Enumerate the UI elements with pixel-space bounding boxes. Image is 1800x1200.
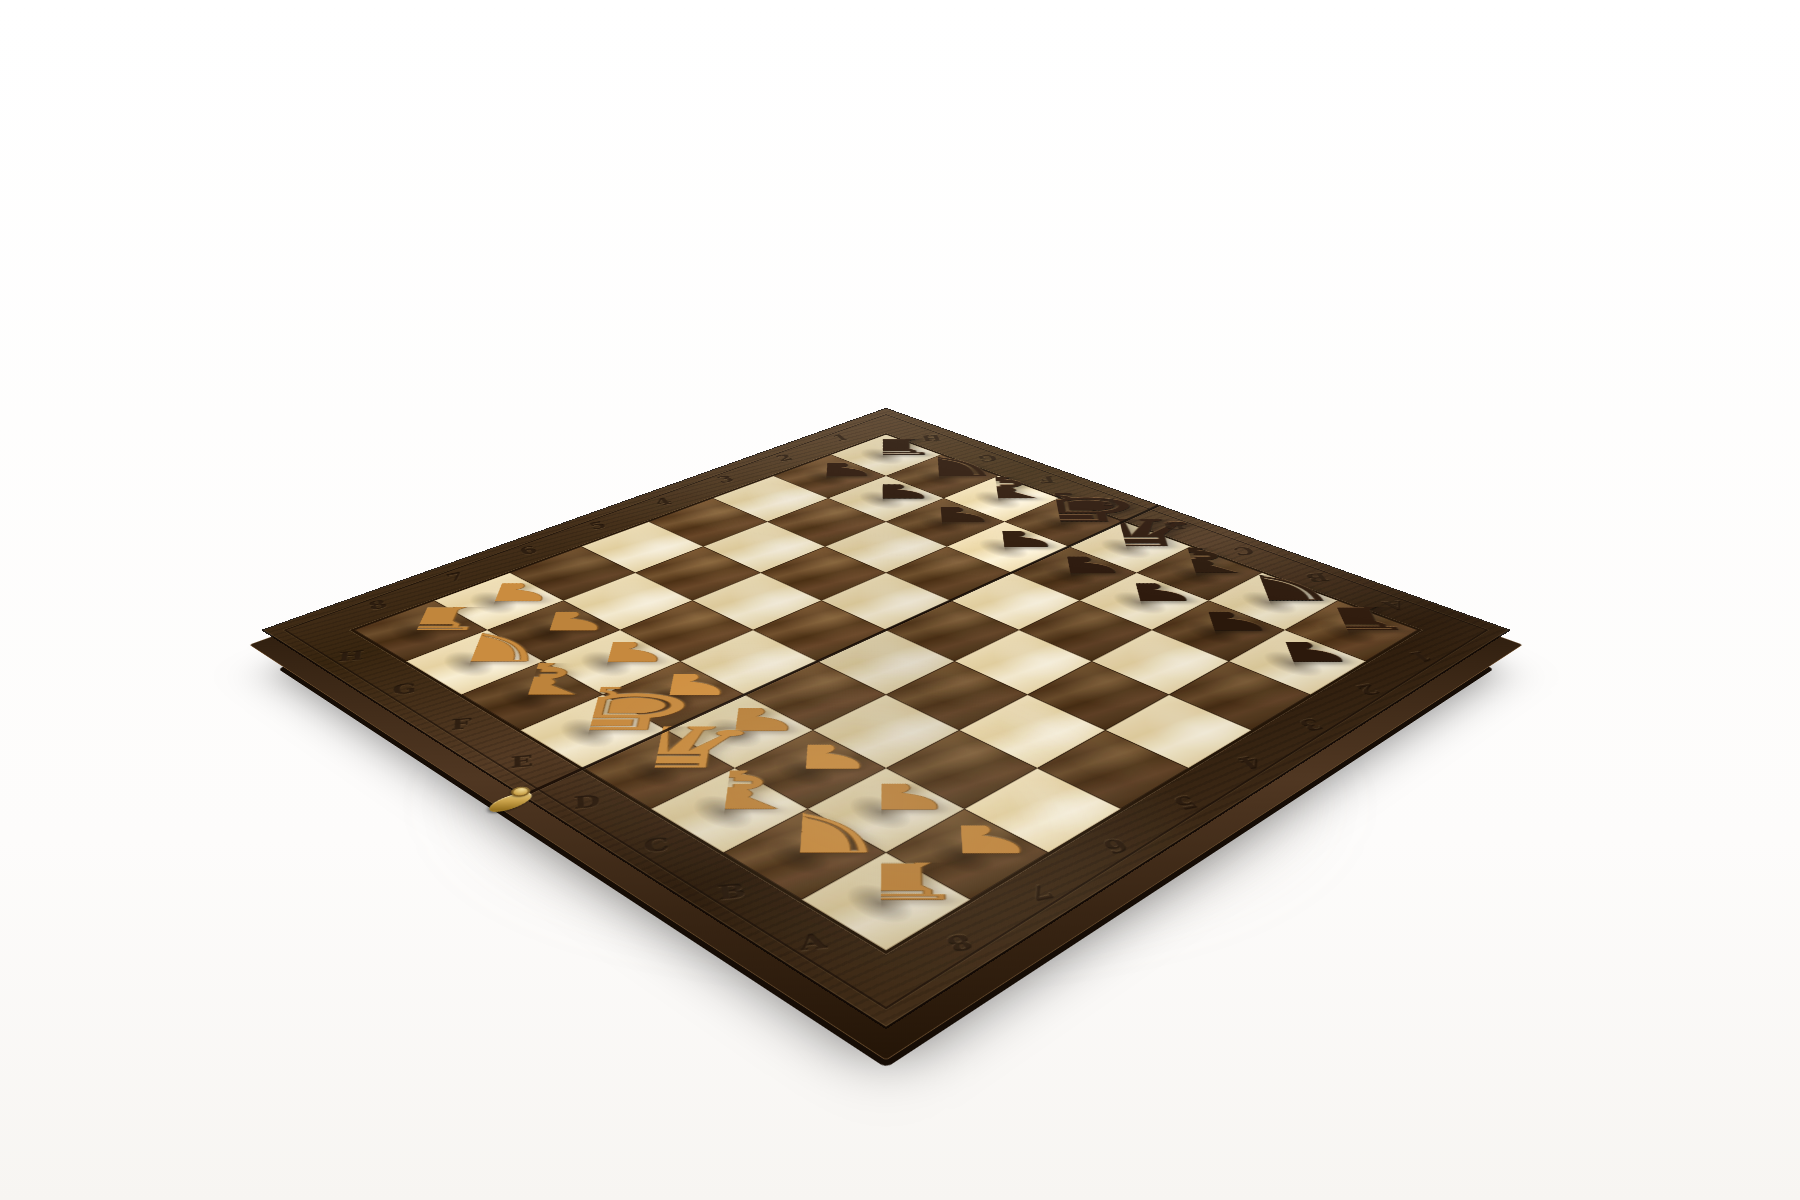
file-label-near-e: E [499, 751, 545, 772]
playing-field: ♜♞♝♚♛♝♞♜♟♟♟♟♟♟♟♟♟♟♟♟♟♟♟♟♜♞♝♚♛♝♞♜ [350, 433, 1422, 954]
square-a8: ♜ [802, 853, 971, 951]
rank-label-left-6: 6 [507, 542, 551, 559]
photo-stage: ♜♞♝♚♛♝♞♜♟♟♟♟♟♟♟♟♟♟♟♟♟♟♟♟♜♞♝♚♛♝♞♜ HHGGFFE… [0, 0, 1800, 1200]
file-label-near-c: C [631, 833, 682, 858]
rank-label-right-7: 7 [1010, 877, 1072, 907]
rank-label-right-8: 8 [928, 926, 991, 959]
board-frame: ♜♞♝♚♛♝♞♜♟♟♟♟♟♟♟♟♟♟♟♟♟♟♟♟♜♞♝♚♛♝♞♜ HHGGFFE… [264, 409, 1509, 1027]
rank-label-right-6: 6 [1086, 831, 1146, 859]
rank-label-left-4: 4 [643, 494, 685, 509]
file-label-near-d: D [563, 791, 612, 814]
rook-glyph: ♜ [1337, 607, 1349, 632]
file-label-near-g: G [382, 680, 427, 699]
chessboard: ♜♞♝♚♛♝♞♜♟♟♟♟♟♟♟♟♟♟♟♟♟♟♟♟♜♞♝♚♛♝♞♜ HHGGFFE… [264, 409, 1509, 1027]
rank-label-right-4: 4 [1222, 750, 1279, 774]
perspective-scene: ♜♞♝♚♛♝♞♜♟♟♟♟♟♟♟♟♟♟♟♟♟♟♟♟♜♞♝♚♛♝♞♜ HHGGFFE… [0, 0, 1800, 1200]
rank-label-right-5: 5 [1156, 789, 1214, 815]
rank-label-right-2: 2 [1341, 679, 1395, 700]
rank-label-right-1: 1 [1394, 646, 1447, 666]
pawn-glyph: ♟ [1285, 642, 1293, 663]
file-label-near-b: B [705, 879, 759, 906]
rank-label-left-3: 3 [705, 472, 746, 487]
file-label-near-a: A [784, 928, 842, 957]
file-label-near-h: H [329, 647, 373, 665]
rank-label-left-5: 5 [577, 518, 620, 534]
rank-label-right-3: 3 [1283, 713, 1338, 736]
